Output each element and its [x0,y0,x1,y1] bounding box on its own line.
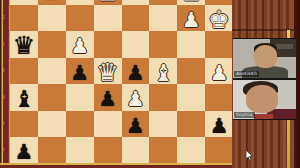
piece-white-h4[interactable]: ♟ [205,58,233,84]
piece-white-d4[interactable]: ♛ [94,58,122,84]
piece-black-e4[interactable]: ♟ [122,58,150,84]
rank-label-3: 3 [2,95,5,100]
piece-white-h6[interactable]: ♚ [205,5,233,31]
square-f2[interactable] [149,111,177,137]
piece-glyph: ♟ [38,0,66,6]
piece-glyph: ♟ [10,138,38,163]
piece-glyph: ♝ [10,86,38,112]
piece-glyph: ♟ [66,33,94,59]
square-g2[interactable] [177,111,205,137]
square-a4[interactable] [10,58,38,84]
square-a2[interactable] [10,111,38,137]
student-face [246,85,279,113]
square-d1[interactable] [94,137,122,163]
piece-white-c5[interactable]: ♟ [66,31,94,57]
webcam-name-label: Sophia [234,112,255,118]
square-c6[interactable] [66,5,94,31]
microwave [275,44,294,49]
square-b3[interactable] [38,84,66,110]
piece-glyph: ♟ [94,86,122,112]
board-frame-bottom [0,163,234,168]
chess-board[interactable]: ♟♜♜♟♚♛♟♟♛♟♝♟♝♟♟♟♟♟ [10,0,233,163]
square-f5[interactable] [149,31,177,57]
piece-white-g6[interactable]: ♟ [177,5,205,31]
rank-label-6: 6 [2,15,5,20]
piece-glyph: ♟ [122,59,150,85]
square-a6[interactable] [10,5,38,31]
piece-glyph: ♛ [10,33,38,59]
rank-label-1: 1 [2,147,5,152]
piece-glyph: ♚ [205,6,233,32]
square-b4[interactable] [38,58,66,84]
square-e5[interactable] [122,31,150,57]
square-d2[interactable] [94,111,122,137]
square-b6[interactable] [38,5,66,31]
square-c2[interactable] [66,111,94,137]
piece-white-f4[interactable]: ♝ [149,58,177,84]
coach-face [254,45,277,68]
piece-black-d3[interactable]: ♟ [94,84,122,110]
piece-glyph: ♟ [122,112,150,138]
lesson-screen: ♟♜♜♟♚♛♟♟♛♟♝♟♝♟♟♟♟♟ 654321 AvetikKh Sophi… [0,0,300,168]
square-f1[interactable] [149,137,177,163]
piece-black-c4[interactable]: ♟ [66,58,94,84]
piece-glyph: ♟ [205,112,233,138]
webcam-tile-coach[interactable]: AvetikKh [233,38,296,79]
webcam-name-label: AvetikKh [234,71,259,77]
piece-black-b7[interactable]: ♟ [38,0,66,5]
square-h5[interactable] [205,31,233,57]
square-b1[interactable] [38,137,66,163]
square-b5[interactable] [38,31,66,57]
square-d5[interactable] [94,31,122,57]
square-c3[interactable] [66,84,94,110]
square-f3[interactable] [149,84,177,110]
square-h1[interactable] [205,137,233,163]
square-g1[interactable] [177,137,205,163]
piece-glyph: ♟ [205,59,233,85]
square-e1[interactable] [122,137,150,163]
square-e6[interactable] [122,5,150,31]
mouse-cursor-icon [245,150,253,161]
piece-glyph: ♟ [177,6,205,32]
piece-glyph: ♜ [94,0,122,6]
piece-black-h2[interactable]: ♟ [205,111,233,137]
wood-seam [232,29,300,31]
piece-glyph: ♟ [66,59,94,85]
piece-white-d7[interactable]: ♜ [94,0,122,5]
piece-glyph: ♛ [94,59,122,85]
square-h3[interactable] [205,84,233,110]
rank-label-4: 4 [2,68,5,73]
piece-black-e2[interactable]: ♟ [122,111,150,137]
piece-black-a5[interactable]: ♛ [10,31,38,57]
board-grid: ♟♜♜♟♚♛♟♟♛♟♝♟♝♟♟♟♟♟ [10,0,233,163]
piece-black-a3[interactable]: ♝ [10,84,38,110]
piece-black-a1[interactable]: ♟ [10,137,38,163]
rank-label-2: 2 [2,121,5,126]
piece-glyph: ♝ [149,59,177,85]
piece-white-e3[interactable]: ♟ [122,84,150,110]
square-c1[interactable] [66,137,94,163]
square-g3[interactable] [177,84,205,110]
webcam-tile-student[interactable]: Sophia [233,79,296,120]
rank-label-5: 5 [2,42,5,47]
square-d6[interactable] [94,5,122,31]
square-g4[interactable] [177,58,205,84]
square-g5[interactable] [177,31,205,57]
student-scarf [254,114,273,119]
square-b2[interactable] [38,111,66,137]
piece-glyph: ♟ [122,86,150,112]
board-frame-left [0,0,10,168]
square-f6[interactable] [149,5,177,31]
